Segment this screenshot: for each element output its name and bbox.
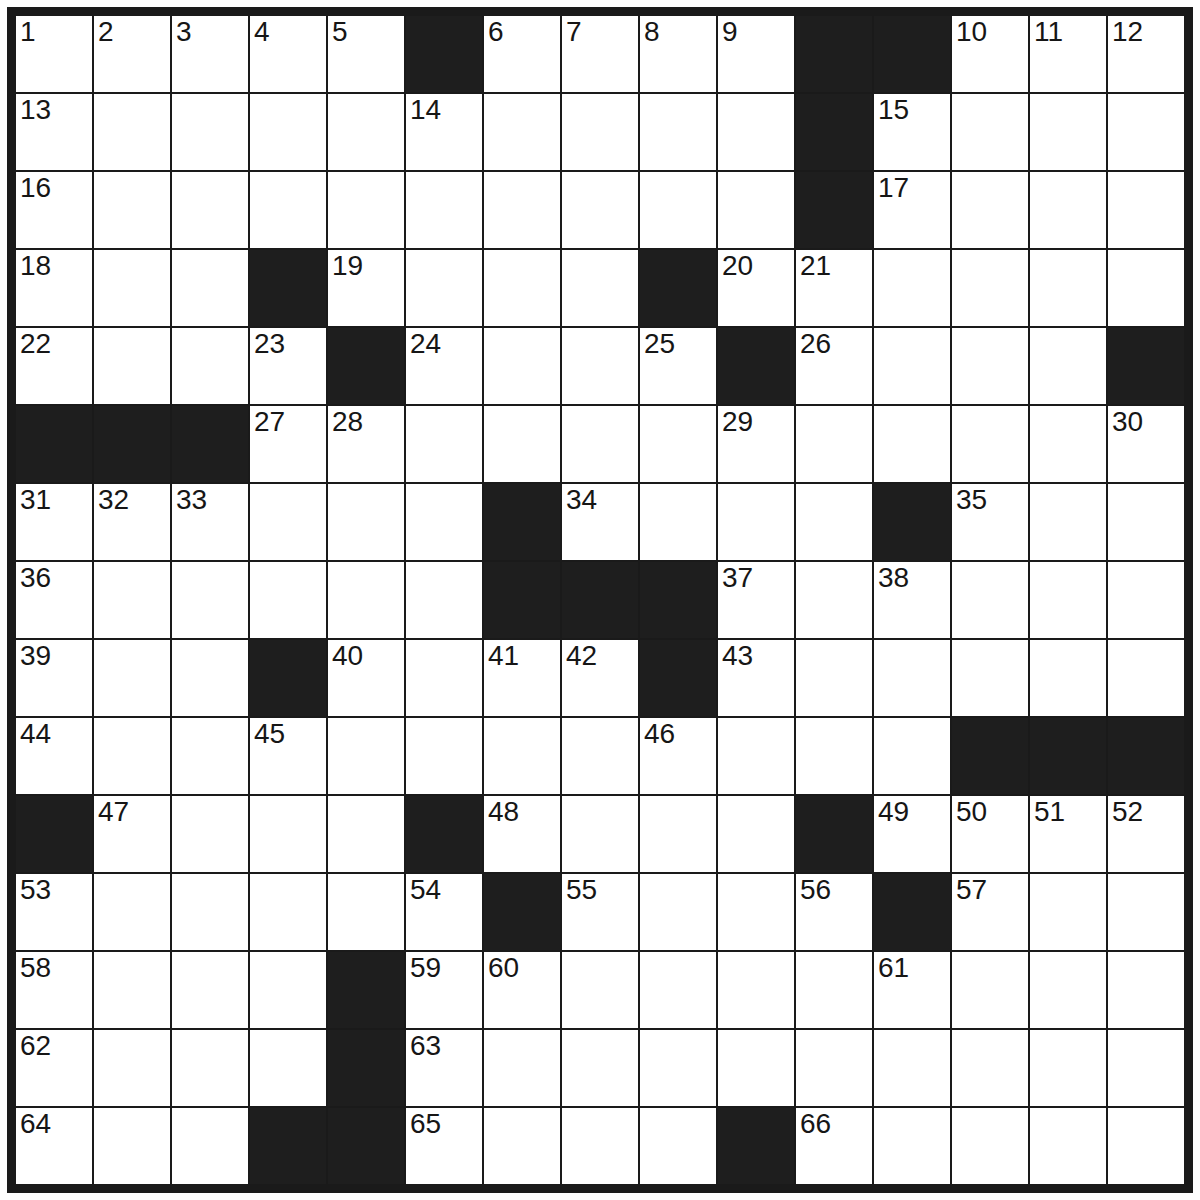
cell-r3c3[interactable] bbox=[171, 171, 249, 249]
cell-r14c4[interactable] bbox=[249, 1029, 327, 1107]
cell-r10c8[interactable] bbox=[561, 717, 639, 795]
cell-r15c8[interactable] bbox=[561, 1107, 639, 1185]
cell-r12c11[interactable]: 56 bbox=[795, 873, 873, 951]
black-cell-r5c5 bbox=[327, 327, 405, 405]
clue-number-4: 4 bbox=[254, 17, 270, 46]
black-cell-r11c11 bbox=[795, 795, 873, 873]
cell-r6c13[interactable] bbox=[951, 405, 1029, 483]
cell-r11c14[interactable]: 51 bbox=[1029, 795, 1107, 873]
black-cell-r15c5 bbox=[327, 1107, 405, 1185]
clue-number-42: 42 bbox=[566, 641, 597, 670]
black-cell-r1c11 bbox=[795, 15, 873, 93]
cell-r15c12[interactable] bbox=[873, 1107, 951, 1185]
cell-r3c2[interactable] bbox=[93, 171, 171, 249]
cell-r10c9[interactable]: 46 bbox=[639, 717, 717, 795]
cell-r1c2[interactable]: 2 bbox=[93, 15, 171, 93]
cell-r2c5[interactable] bbox=[327, 93, 405, 171]
cell-r11c8[interactable] bbox=[561, 795, 639, 873]
cell-r2c8[interactable] bbox=[561, 93, 639, 171]
clue-number-24: 24 bbox=[410, 329, 441, 358]
cell-r14c13[interactable] bbox=[951, 1029, 1029, 1107]
clue-number-54: 54 bbox=[410, 875, 441, 904]
clue-number-22: 22 bbox=[20, 329, 51, 358]
cell-r14c7[interactable] bbox=[483, 1029, 561, 1107]
clue-number-39: 39 bbox=[20, 641, 51, 670]
cell-r10c5[interactable] bbox=[327, 717, 405, 795]
clue-number-17: 17 bbox=[878, 173, 909, 202]
clue-number-38: 38 bbox=[878, 563, 909, 592]
cell-r9c12[interactable] bbox=[873, 639, 951, 717]
cell-r1c9[interactable]: 8 bbox=[639, 15, 717, 93]
cell-r5c7[interactable] bbox=[483, 327, 561, 405]
cell-r4c13[interactable] bbox=[951, 249, 1029, 327]
cell-r4c6[interactable] bbox=[405, 249, 483, 327]
cell-r2c1[interactable]: 13 bbox=[15, 93, 93, 171]
clue-number-58: 58 bbox=[20, 953, 51, 982]
crossword-grid: 1234567891011121314151617181920212223242… bbox=[7, 7, 1193, 1193]
black-cell-r14c5 bbox=[327, 1029, 405, 1107]
cell-r6c6[interactable] bbox=[405, 405, 483, 483]
cell-r12c2[interactable] bbox=[93, 873, 171, 951]
clue-number-14: 14 bbox=[410, 95, 441, 124]
cell-r13c11[interactable] bbox=[795, 951, 873, 1029]
cell-r10c10[interactable] bbox=[717, 717, 795, 795]
cell-r13c6[interactable]: 59 bbox=[405, 951, 483, 1029]
cell-r4c2[interactable] bbox=[93, 249, 171, 327]
clue-number-30: 30 bbox=[1112, 407, 1143, 436]
clue-number-36: 36 bbox=[20, 563, 51, 592]
clue-number-44: 44 bbox=[20, 719, 51, 748]
black-cell-r8c8 bbox=[561, 561, 639, 639]
cell-r8c4[interactable] bbox=[249, 561, 327, 639]
cell-r15c6[interactable]: 65 bbox=[405, 1107, 483, 1185]
clue-number-25: 25 bbox=[644, 329, 675, 358]
clue-number-1: 1 bbox=[20, 17, 36, 46]
clue-number-57: 57 bbox=[956, 875, 987, 904]
clue-number-52: 52 bbox=[1112, 797, 1143, 826]
cell-r11c4[interactable] bbox=[249, 795, 327, 873]
black-cell-r8c9 bbox=[639, 561, 717, 639]
cell-r12c6[interactable]: 54 bbox=[405, 873, 483, 951]
cell-r9c14[interactable] bbox=[1029, 639, 1107, 717]
cell-r11c15[interactable]: 52 bbox=[1107, 795, 1185, 873]
cell-r2c13[interactable] bbox=[951, 93, 1029, 171]
cell-r5c2[interactable] bbox=[93, 327, 171, 405]
clue-number-45: 45 bbox=[254, 719, 285, 748]
cell-r12c4[interactable] bbox=[249, 873, 327, 951]
cell-r3c8[interactable] bbox=[561, 171, 639, 249]
cell-r7c6[interactable] bbox=[405, 483, 483, 561]
cell-r15c11[interactable]: 66 bbox=[795, 1107, 873, 1185]
cell-r8c11[interactable] bbox=[795, 561, 873, 639]
cell-r4c10[interactable]: 20 bbox=[717, 249, 795, 327]
cell-r13c1[interactable]: 58 bbox=[15, 951, 93, 1029]
cell-r4c15[interactable] bbox=[1107, 249, 1185, 327]
cell-r12c10[interactable] bbox=[717, 873, 795, 951]
cell-r12c5[interactable] bbox=[327, 873, 405, 951]
cell-r12c13[interactable]: 57 bbox=[951, 873, 1029, 951]
cell-r2c15[interactable] bbox=[1107, 93, 1185, 171]
cell-r6c9[interactable] bbox=[639, 405, 717, 483]
cell-r12c15[interactable] bbox=[1107, 873, 1185, 951]
cell-r15c2[interactable] bbox=[93, 1107, 171, 1185]
clue-number-31: 31 bbox=[20, 485, 51, 514]
clue-number-59: 59 bbox=[410, 953, 441, 982]
cell-r5c14[interactable] bbox=[1029, 327, 1107, 405]
cell-r10c7[interactable] bbox=[483, 717, 561, 795]
clue-number-32: 32 bbox=[98, 485, 129, 514]
cell-r3c7[interactable] bbox=[483, 171, 561, 249]
cell-r1c5[interactable]: 5 bbox=[327, 15, 405, 93]
black-cell-r2c11 bbox=[795, 93, 873, 171]
clue-number-34: 34 bbox=[566, 485, 597, 514]
black-cell-r15c10 bbox=[717, 1107, 795, 1185]
cell-r12c9[interactable] bbox=[639, 873, 717, 951]
cell-r4c5[interactable]: 19 bbox=[327, 249, 405, 327]
clue-number-5: 5 bbox=[332, 17, 348, 46]
cell-r10c2[interactable] bbox=[93, 717, 171, 795]
clue-number-48: 48 bbox=[488, 797, 519, 826]
cell-r4c14[interactable] bbox=[1029, 249, 1107, 327]
clue-number-10: 10 bbox=[956, 17, 987, 46]
clue-number-40: 40 bbox=[332, 641, 363, 670]
cell-r8c14[interactable] bbox=[1029, 561, 1107, 639]
cell-r14c9[interactable] bbox=[639, 1029, 717, 1107]
cell-r1c3[interactable]: 3 bbox=[171, 15, 249, 93]
cell-r3c10[interactable] bbox=[717, 171, 795, 249]
clue-number-18: 18 bbox=[20, 251, 51, 280]
cell-r7c3[interactable]: 33 bbox=[171, 483, 249, 561]
cell-r14c1[interactable]: 62 bbox=[15, 1029, 93, 1107]
clue-number-13: 13 bbox=[20, 95, 51, 124]
black-cell-r4c9 bbox=[639, 249, 717, 327]
cell-r10c12[interactable] bbox=[873, 717, 951, 795]
black-cell-r10c15 bbox=[1107, 717, 1185, 795]
cell-r11c7[interactable]: 48 bbox=[483, 795, 561, 873]
clue-number-16: 16 bbox=[20, 173, 51, 202]
cell-r2c10[interactable] bbox=[717, 93, 795, 171]
cell-r11c3[interactable] bbox=[171, 795, 249, 873]
cell-r15c9[interactable] bbox=[639, 1107, 717, 1185]
cell-r8c3[interactable] bbox=[171, 561, 249, 639]
cell-r6c8[interactable] bbox=[561, 405, 639, 483]
cell-r1c7[interactable]: 6 bbox=[483, 15, 561, 93]
cell-r7c15[interactable] bbox=[1107, 483, 1185, 561]
cell-r10c6[interactable] bbox=[405, 717, 483, 795]
clue-number-49: 49 bbox=[878, 797, 909, 826]
clue-number-53: 53 bbox=[20, 875, 51, 904]
clue-number-9: 9 bbox=[722, 17, 738, 46]
cell-r10c11[interactable] bbox=[795, 717, 873, 795]
clue-number-61: 61 bbox=[878, 953, 909, 982]
clue-number-62: 62 bbox=[20, 1031, 51, 1060]
black-cell-r5c15 bbox=[1107, 327, 1185, 405]
cell-r11c12[interactable]: 49 bbox=[873, 795, 951, 873]
cell-r12c8[interactable]: 55 bbox=[561, 873, 639, 951]
clue-number-2: 2 bbox=[98, 17, 114, 46]
cell-r5c13[interactable] bbox=[951, 327, 1029, 405]
clue-number-56: 56 bbox=[800, 875, 831, 904]
cell-r4c3[interactable] bbox=[171, 249, 249, 327]
black-cell-r10c13 bbox=[951, 717, 1029, 795]
cell-r2c3[interactable] bbox=[171, 93, 249, 171]
cell-r9c3[interactable] bbox=[171, 639, 249, 717]
cell-r14c3[interactable] bbox=[171, 1029, 249, 1107]
cell-r5c11[interactable]: 26 bbox=[795, 327, 873, 405]
cell-r9c8[interactable]: 42 bbox=[561, 639, 639, 717]
cell-r9c13[interactable] bbox=[951, 639, 1029, 717]
cell-r14c8[interactable] bbox=[561, 1029, 639, 1107]
cell-r5c9[interactable]: 25 bbox=[639, 327, 717, 405]
cell-r8c13[interactable] bbox=[951, 561, 1029, 639]
clue-number-47: 47 bbox=[98, 797, 129, 826]
cell-r9c11[interactable] bbox=[795, 639, 873, 717]
cell-r6c14[interactable] bbox=[1029, 405, 1107, 483]
cell-r9c7[interactable]: 41 bbox=[483, 639, 561, 717]
cell-r1c14[interactable]: 11 bbox=[1029, 15, 1107, 93]
cell-r5c4[interactable]: 23 bbox=[249, 327, 327, 405]
black-cell-r5c10 bbox=[717, 327, 795, 405]
cell-r2c7[interactable] bbox=[483, 93, 561, 171]
cell-r12c14[interactable] bbox=[1029, 873, 1107, 951]
cell-r15c14[interactable] bbox=[1029, 1107, 1107, 1185]
cell-r10c1[interactable]: 44 bbox=[15, 717, 93, 795]
cell-r9c2[interactable] bbox=[93, 639, 171, 717]
clue-number-7: 7 bbox=[566, 17, 582, 46]
clue-number-21: 21 bbox=[800, 251, 831, 280]
clue-number-20: 20 bbox=[722, 251, 753, 280]
cell-r5c12[interactable] bbox=[873, 327, 951, 405]
black-cell-r9c9 bbox=[639, 639, 717, 717]
clue-number-64: 64 bbox=[20, 1109, 51, 1138]
cell-r15c1[interactable]: 64 bbox=[15, 1107, 93, 1185]
cell-r15c7[interactable] bbox=[483, 1107, 561, 1185]
cell-r4c1[interactable]: 18 bbox=[15, 249, 93, 327]
cell-r1c10[interactable]: 9 bbox=[717, 15, 795, 93]
cell-r15c3[interactable] bbox=[171, 1107, 249, 1185]
black-cell-r13c5 bbox=[327, 951, 405, 1029]
cell-r13c7[interactable]: 60 bbox=[483, 951, 561, 1029]
cell-r6c15[interactable]: 30 bbox=[1107, 405, 1185, 483]
clue-number-50: 50 bbox=[956, 797, 987, 826]
black-cell-r3c11 bbox=[795, 171, 873, 249]
clue-number-28: 28 bbox=[332, 407, 363, 436]
cell-r7c1[interactable]: 31 bbox=[15, 483, 93, 561]
cell-r13c10[interactable] bbox=[717, 951, 795, 1029]
black-cell-r10c14 bbox=[1029, 717, 1107, 795]
clue-number-46: 46 bbox=[644, 719, 675, 748]
clue-number-33: 33 bbox=[176, 485, 207, 514]
cell-r6c11[interactable] bbox=[795, 405, 873, 483]
black-cell-r6c3 bbox=[171, 405, 249, 483]
cell-r9c6[interactable] bbox=[405, 639, 483, 717]
clue-number-65: 65 bbox=[410, 1109, 441, 1138]
black-cell-r15c4 bbox=[249, 1107, 327, 1185]
cell-r1c13[interactable]: 10 bbox=[951, 15, 1029, 93]
cell-r14c14[interactable] bbox=[1029, 1029, 1107, 1107]
cell-r9c10[interactable]: 43 bbox=[717, 639, 795, 717]
cell-r14c12[interactable] bbox=[873, 1029, 951, 1107]
clue-number-19: 19 bbox=[332, 251, 363, 280]
clue-number-60: 60 bbox=[488, 953, 519, 982]
cell-r8c10[interactable]: 37 bbox=[717, 561, 795, 639]
cell-r3c13[interactable] bbox=[951, 171, 1029, 249]
cell-r3c15[interactable] bbox=[1107, 171, 1185, 249]
clue-number-26: 26 bbox=[800, 329, 831, 358]
cell-r8c2[interactable] bbox=[93, 561, 171, 639]
cell-r3c12[interactable]: 17 bbox=[873, 171, 951, 249]
clue-number-8: 8 bbox=[644, 17, 660, 46]
cell-r13c4[interactable] bbox=[249, 951, 327, 1029]
cell-r11c2[interactable]: 47 bbox=[93, 795, 171, 873]
clue-number-15: 15 bbox=[878, 95, 909, 124]
cell-r4c8[interactable] bbox=[561, 249, 639, 327]
cell-r3c14[interactable] bbox=[1029, 171, 1107, 249]
cell-r1c4[interactable]: 4 bbox=[249, 15, 327, 93]
clue-number-12: 12 bbox=[1112, 17, 1143, 46]
cell-r7c8[interactable]: 34 bbox=[561, 483, 639, 561]
black-cell-r11c1 bbox=[15, 795, 93, 873]
cell-r7c11[interactable] bbox=[795, 483, 873, 561]
cell-r6c7[interactable] bbox=[483, 405, 561, 483]
cell-r15c15[interactable] bbox=[1107, 1107, 1185, 1185]
cell-r13c9[interactable] bbox=[639, 951, 717, 1029]
cell-r6c4[interactable]: 27 bbox=[249, 405, 327, 483]
cell-r10c3[interactable] bbox=[171, 717, 249, 795]
cell-r3c9[interactable] bbox=[639, 171, 717, 249]
cell-r12c3[interactable] bbox=[171, 873, 249, 951]
clue-number-41: 41 bbox=[488, 641, 519, 670]
cell-r14c11[interactable] bbox=[795, 1029, 873, 1107]
cell-r3c1[interactable]: 16 bbox=[15, 171, 93, 249]
cell-r13c8[interactable] bbox=[561, 951, 639, 1029]
cell-r8c12[interactable]: 38 bbox=[873, 561, 951, 639]
cell-r8c1[interactable]: 36 bbox=[15, 561, 93, 639]
cell-r2c12[interactable]: 15 bbox=[873, 93, 951, 171]
cell-r3c4[interactable] bbox=[249, 171, 327, 249]
black-cell-r6c2 bbox=[93, 405, 171, 483]
clue-number-6: 6 bbox=[488, 17, 504, 46]
cell-r2c2[interactable] bbox=[93, 93, 171, 171]
cell-r12c1[interactable]: 53 bbox=[15, 873, 93, 951]
black-cell-r7c12 bbox=[873, 483, 951, 561]
cell-r7c2[interactable]: 32 bbox=[93, 483, 171, 561]
clue-number-63: 63 bbox=[410, 1031, 441, 1060]
cell-r11c13[interactable]: 50 bbox=[951, 795, 1029, 873]
cell-r7c5[interactable] bbox=[327, 483, 405, 561]
cell-r5c3[interactable] bbox=[171, 327, 249, 405]
cell-r14c15[interactable] bbox=[1107, 1029, 1185, 1107]
cell-r7c4[interactable] bbox=[249, 483, 327, 561]
cell-r7c13[interactable]: 35 bbox=[951, 483, 1029, 561]
cell-r7c10[interactable] bbox=[717, 483, 795, 561]
cell-r1c8[interactable]: 7 bbox=[561, 15, 639, 93]
black-cell-r8c7 bbox=[483, 561, 561, 639]
cell-r2c4[interactable] bbox=[249, 93, 327, 171]
cell-r2c9[interactable] bbox=[639, 93, 717, 171]
cell-r8c15[interactable] bbox=[1107, 561, 1185, 639]
cell-r9c1[interactable]: 39 bbox=[15, 639, 93, 717]
cell-r7c14[interactable] bbox=[1029, 483, 1107, 561]
cell-r9c5[interactable]: 40 bbox=[327, 639, 405, 717]
cell-r7c9[interactable] bbox=[639, 483, 717, 561]
cell-r11c5[interactable] bbox=[327, 795, 405, 873]
black-cell-r11c6 bbox=[405, 795, 483, 873]
cell-r14c6[interactable]: 63 bbox=[405, 1029, 483, 1107]
cell-r5c6[interactable]: 24 bbox=[405, 327, 483, 405]
cell-r2c14[interactable] bbox=[1029, 93, 1107, 171]
black-cell-r4c4 bbox=[249, 249, 327, 327]
cell-r11c9[interactable] bbox=[639, 795, 717, 873]
cell-r4c11[interactable]: 21 bbox=[795, 249, 873, 327]
cell-r14c10[interactable] bbox=[717, 1029, 795, 1107]
clue-number-29: 29 bbox=[722, 407, 753, 436]
black-cell-r7c7 bbox=[483, 483, 561, 561]
clue-number-3: 3 bbox=[176, 17, 192, 46]
cell-r6c10[interactable]: 29 bbox=[717, 405, 795, 483]
cell-r6c12[interactable] bbox=[873, 405, 951, 483]
cell-r11c10[interactable] bbox=[717, 795, 795, 873]
cell-r15c13[interactable] bbox=[951, 1107, 1029, 1185]
cell-r13c14[interactable] bbox=[1029, 951, 1107, 1029]
cell-r14c2[interactable] bbox=[93, 1029, 171, 1107]
black-cell-r1c12 bbox=[873, 15, 951, 93]
cell-r1c15[interactable]: 12 bbox=[1107, 15, 1185, 93]
clue-number-51: 51 bbox=[1034, 797, 1065, 826]
black-cell-r12c12 bbox=[873, 873, 951, 951]
cell-r13c2[interactable] bbox=[93, 951, 171, 1029]
cell-r1c1[interactable]: 1 bbox=[15, 15, 93, 93]
cell-r9c15[interactable] bbox=[1107, 639, 1185, 717]
cell-r10c4[interactable]: 45 bbox=[249, 717, 327, 795]
cell-r3c5[interactable] bbox=[327, 171, 405, 249]
black-cell-r9c4 bbox=[249, 639, 327, 717]
cell-r4c12[interactable] bbox=[873, 249, 951, 327]
cell-r6c5[interactable]: 28 bbox=[327, 405, 405, 483]
cell-r8c5[interactable] bbox=[327, 561, 405, 639]
black-cell-r6c1 bbox=[15, 405, 93, 483]
clue-number-11: 11 bbox=[1034, 17, 1063, 46]
cell-r13c13[interactable] bbox=[951, 951, 1029, 1029]
cell-r13c12[interactable]: 61 bbox=[873, 951, 951, 1029]
cell-r8c6[interactable] bbox=[405, 561, 483, 639]
clue-number-27: 27 bbox=[254, 407, 285, 436]
clue-number-35: 35 bbox=[956, 485, 987, 514]
cell-r2c6[interactable]: 14 bbox=[405, 93, 483, 171]
black-cell-r12c7 bbox=[483, 873, 561, 951]
cell-r5c8[interactable] bbox=[561, 327, 639, 405]
clue-number-66: 66 bbox=[800, 1109, 831, 1138]
clue-number-23: 23 bbox=[254, 329, 285, 358]
cell-r13c15[interactable] bbox=[1107, 951, 1185, 1029]
cell-r4c7[interactable] bbox=[483, 249, 561, 327]
cell-r3c6[interactable] bbox=[405, 171, 483, 249]
black-cell-r1c6 bbox=[405, 15, 483, 93]
clue-number-43: 43 bbox=[722, 641, 753, 670]
cell-r13c3[interactable] bbox=[171, 951, 249, 1029]
clue-number-37: 37 bbox=[722, 563, 753, 592]
cell-r5c1[interactable]: 22 bbox=[15, 327, 93, 405]
clue-number-55: 55 bbox=[566, 875, 597, 904]
